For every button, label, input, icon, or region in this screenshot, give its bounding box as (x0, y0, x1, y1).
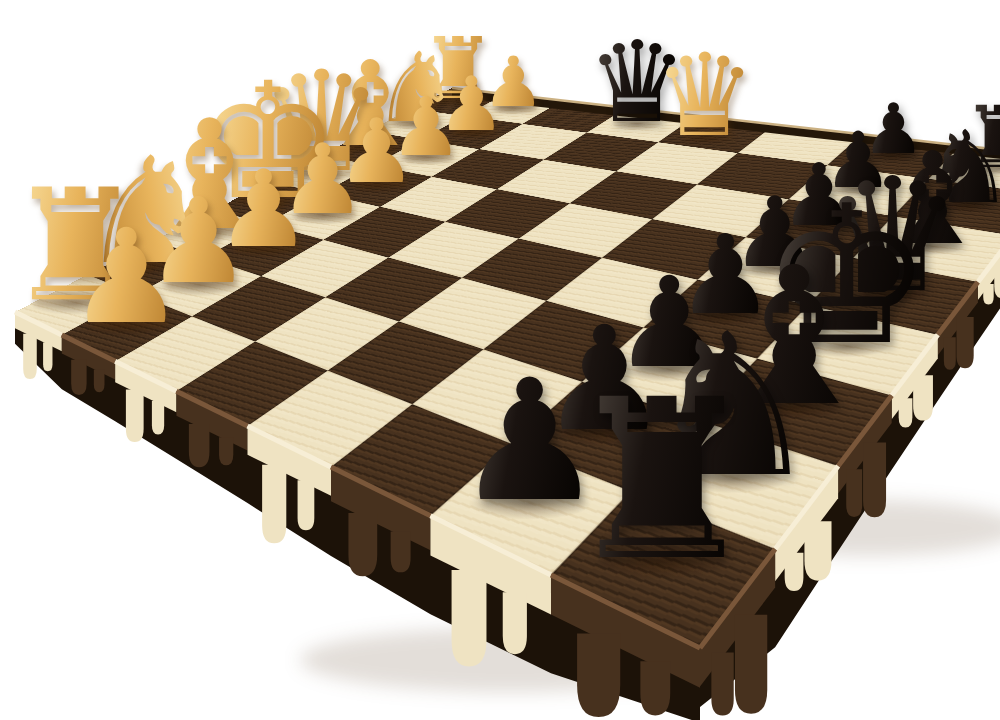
white-pawn-glyph: ♟ (68, 212, 185, 343)
black-rook-glyph: ♜ (563, 370, 761, 591)
pieces-layer: ♜♟♞♛♟♛♝♟♟♜♛♟♟♚♞♟♟♝♝♟♞♟♟♛♜♟♟♚♟♝♟♞♟♜ (0, 0, 1000, 720)
white-queen-glyph: ♛ (653, 38, 755, 152)
chess-set-photo: Wooden Staunton chess set in the startin… (0, 0, 1000, 720)
